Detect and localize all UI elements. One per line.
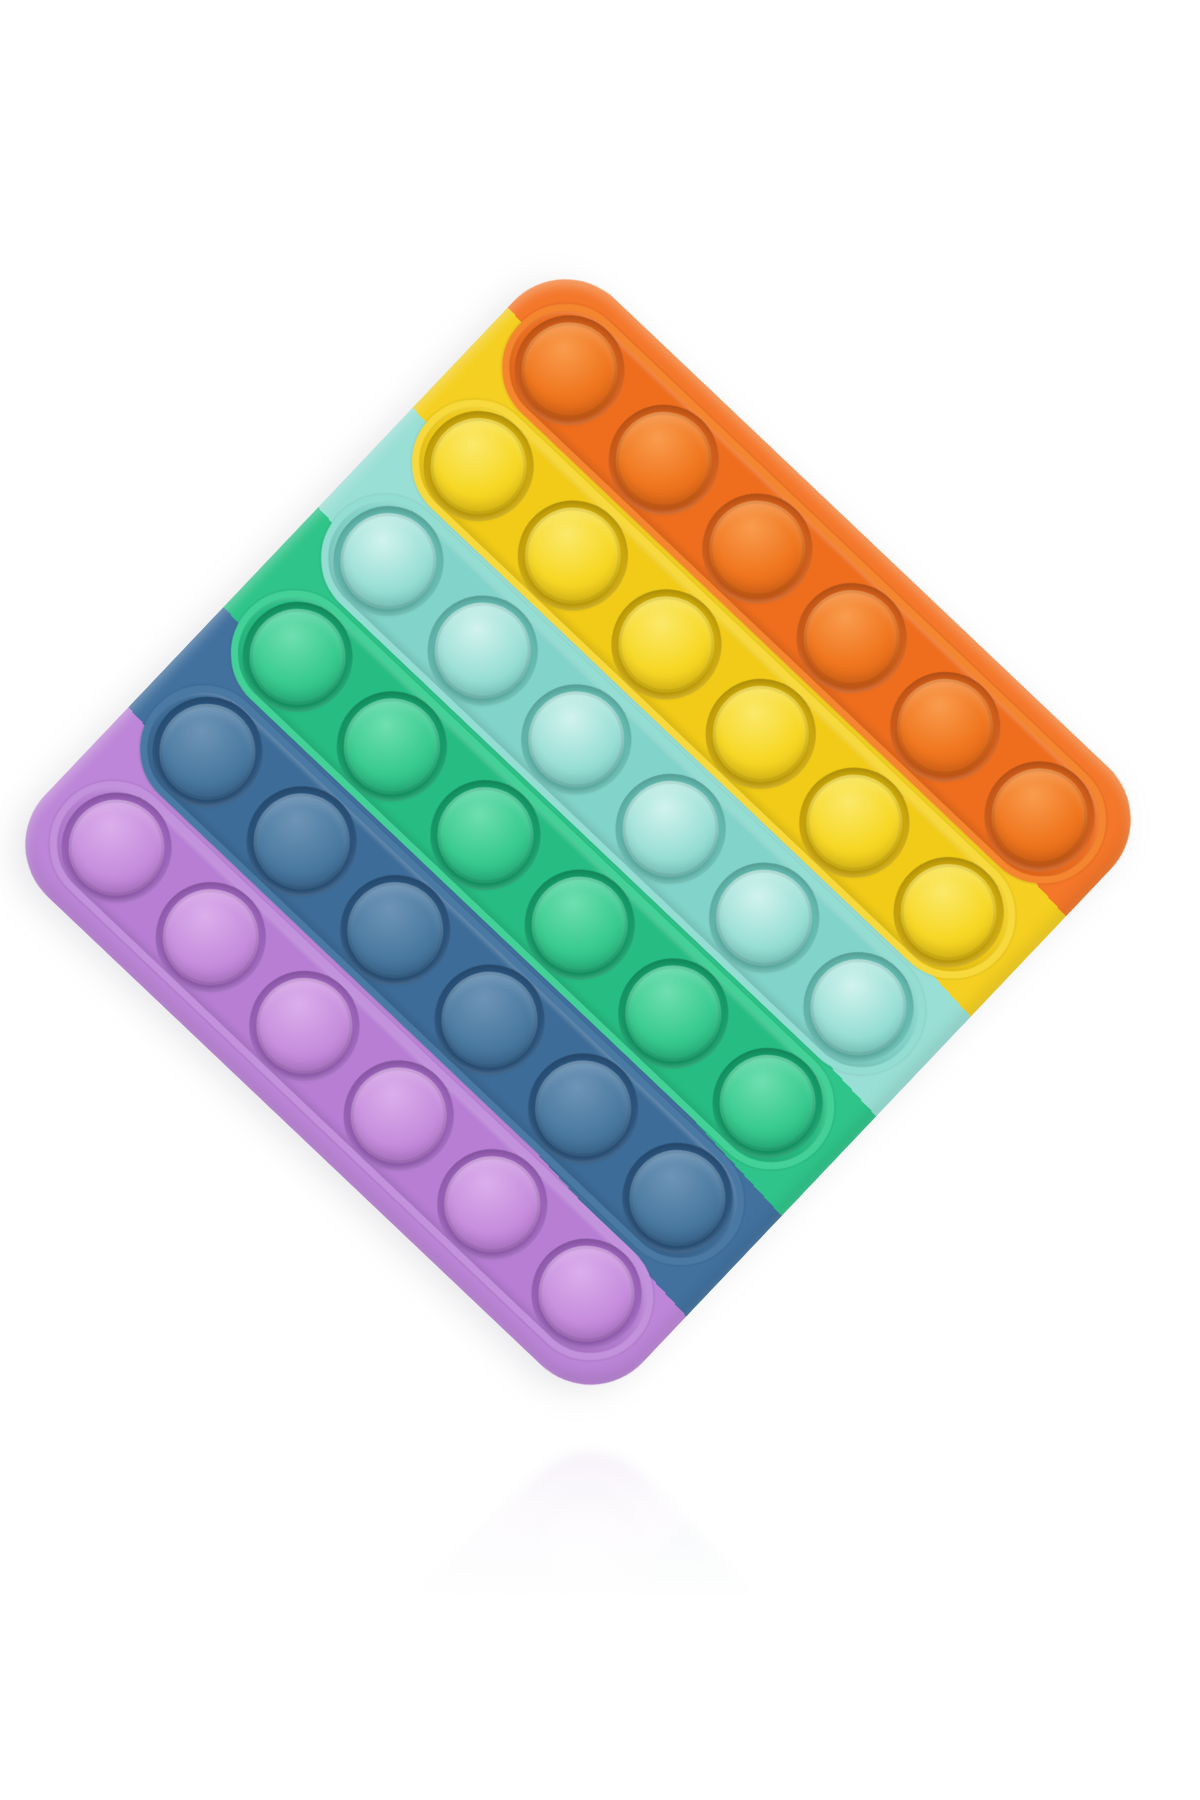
bubble-r5-c6[interactable] <box>609 1130 745 1266</box>
bubble-r5-c2[interactable] <box>233 773 369 909</box>
bubble-r5-c4[interactable] <box>421 952 557 1088</box>
bubble-r2-c4[interactable] <box>693 666 829 802</box>
reflection-fade <box>0 1422 1200 1800</box>
bubble-r5-c5[interactable] <box>515 1041 651 1177</box>
bubble-r4-c1[interactable] <box>230 589 366 725</box>
bubble-r6-c3[interactable] <box>237 958 373 1094</box>
bubble-r2-c6[interactable] <box>881 844 1017 980</box>
product-photo <box>0 0 1200 1800</box>
bubble-r3-c1[interactable] <box>320 493 456 629</box>
bubble-r1-c1[interactable] <box>501 303 637 439</box>
bubble-r6-c2[interactable] <box>143 869 279 1005</box>
bubble-r4-c2[interactable] <box>324 678 460 814</box>
bubble-r4-c5[interactable] <box>606 946 742 1082</box>
bubble-r1-c6[interactable] <box>971 749 1107 885</box>
bubble-r6-c1[interactable] <box>49 780 185 916</box>
bubble-r3-c4[interactable] <box>602 761 738 897</box>
bubble-r1-c4[interactable] <box>783 570 919 706</box>
bubble-r6-c4[interactable] <box>331 1047 467 1183</box>
bubble-r1-c3[interactable] <box>689 481 825 617</box>
bubble-r3-c2[interactable] <box>414 583 550 719</box>
bubble-r2-c1[interactable] <box>411 398 547 534</box>
pop-it-board <box>0 250 1160 1415</box>
bubble-r1-c2[interactable] <box>595 392 731 528</box>
bubble-r5-c1[interactable] <box>139 684 275 820</box>
bubble-r2-c5[interactable] <box>787 755 923 891</box>
bubble-r3-c6[interactable] <box>790 939 926 1075</box>
bubble-r3-c5[interactable] <box>696 850 832 986</box>
bubble-r5-c3[interactable] <box>327 863 463 999</box>
bubble-r4-c6[interactable] <box>700 1035 836 1171</box>
bubble-r6-c6[interactable] <box>519 1226 655 1362</box>
bubble-r4-c4[interactable] <box>512 856 648 992</box>
bubble-r1-c5[interactable] <box>877 659 1013 795</box>
bubble-r6-c5[interactable] <box>425 1136 561 1272</box>
bubble-r2-c2[interactable] <box>505 487 641 623</box>
bubble-r2-c3[interactable] <box>599 576 735 712</box>
bubble-r4-c3[interactable] <box>418 767 554 903</box>
bubble-r3-c3[interactable] <box>508 672 644 808</box>
pop-it-board-wrapper <box>166 420 990 1244</box>
